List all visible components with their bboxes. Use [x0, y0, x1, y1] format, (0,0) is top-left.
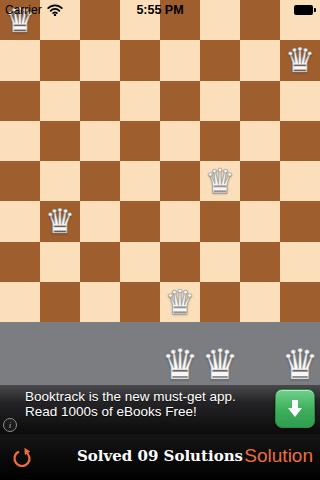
- white-queen[interactable]: ♛: [161, 346, 199, 385]
- square-c1[interactable]: [80, 282, 120, 322]
- chess-board[interactable]: ♛♛♛♛♛: [0, 0, 320, 322]
- square-b3[interactable]: ♛: [40, 201, 80, 241]
- square-c4[interactable]: [80, 161, 120, 201]
- tray-slot-7: ♛: [280, 322, 320, 385]
- square-h4[interactable]: [280, 161, 320, 201]
- square-h3[interactable]: [280, 201, 320, 241]
- square-c7[interactable]: [80, 40, 120, 80]
- white-queen[interactable]: ♛: [45, 204, 75, 238]
- square-h5[interactable]: [280, 121, 320, 161]
- tray-slot-2: [80, 322, 120, 385]
- square-g6[interactable]: [240, 81, 280, 121]
- square-a7[interactable]: [0, 40, 40, 80]
- square-h1[interactable]: [280, 282, 320, 322]
- solution-button[interactable]: Solution: [244, 445, 313, 467]
- square-a6[interactable]: [0, 81, 40, 121]
- bottom-toolbar: Solved 09 Solutions Solution: [0, 434, 320, 480]
- square-d2[interactable]: [120, 242, 160, 282]
- square-d6[interactable]: [120, 81, 160, 121]
- square-f4[interactable]: ♛: [200, 161, 240, 201]
- square-f3[interactable]: [200, 201, 240, 241]
- white-queen[interactable]: ♛: [205, 164, 235, 198]
- tray-slot-5: ♛: [200, 322, 240, 385]
- square-g5[interactable]: [240, 121, 280, 161]
- square-d5[interactable]: [120, 121, 160, 161]
- square-f2[interactable]: [200, 242, 240, 282]
- square-b5[interactable]: [40, 121, 80, 161]
- square-f1[interactable]: [200, 282, 240, 322]
- square-f7[interactable]: [200, 40, 240, 80]
- square-b4[interactable]: [40, 161, 80, 201]
- square-c6[interactable]: [80, 81, 120, 121]
- square-g7[interactable]: [240, 40, 280, 80]
- square-h7[interactable]: ♛: [280, 40, 320, 80]
- square-a5[interactable]: [0, 121, 40, 161]
- square-e2[interactable]: [160, 242, 200, 282]
- square-e1[interactable]: ♛: [160, 282, 200, 322]
- square-g2[interactable]: [240, 242, 280, 282]
- tray-slot-0: [0, 322, 40, 385]
- status-right: [294, 5, 316, 15]
- white-queen[interactable]: ♛: [201, 346, 239, 385]
- square-e7[interactable]: [160, 40, 200, 80]
- square-e5[interactable]: [160, 121, 200, 161]
- ad-banner[interactable]: Booktrack is the new must-get app. Read …: [0, 385, 320, 434]
- square-a2[interactable]: [0, 242, 40, 282]
- square-a3[interactable]: [0, 201, 40, 241]
- tray-slot-1: [40, 322, 80, 385]
- status-bar: Carrier 5:55 PM: [0, 0, 320, 20]
- square-c5[interactable]: [80, 121, 120, 161]
- tray-slot-4: ♛: [160, 322, 200, 385]
- square-g3[interactable]: [240, 201, 280, 241]
- download-arrow-icon: [285, 398, 305, 420]
- battery-tip: [314, 8, 316, 12]
- square-e4[interactable]: [160, 161, 200, 201]
- square-h6[interactable]: [280, 81, 320, 121]
- download-button[interactable]: [275, 389, 315, 428]
- square-g1[interactable]: [240, 282, 280, 322]
- battery-icon: [294, 5, 313, 15]
- white-queen[interactable]: ♛: [165, 285, 195, 319]
- square-g4[interactable]: [240, 161, 280, 201]
- square-a1[interactable]: [0, 282, 40, 322]
- square-c2[interactable]: [80, 242, 120, 282]
- tray-slot-3: [120, 322, 160, 385]
- white-queen[interactable]: ♛: [285, 43, 315, 77]
- square-d7[interactable]: [120, 40, 160, 80]
- square-d1[interactable]: [120, 282, 160, 322]
- app-screen: ♛♛♛♛♛ Carrier 5:55 PM ♛♛♛ Booktrack is t…: [0, 0, 320, 480]
- white-queen[interactable]: ♛: [281, 346, 319, 385]
- queen-tray: ♛♛♛: [0, 322, 320, 385]
- ad-line1: Booktrack is the new must-get app.: [25, 390, 236, 405]
- square-h2[interactable]: [280, 242, 320, 282]
- clock-label: 5:55 PM: [0, 3, 320, 17]
- square-e3[interactable]: [160, 201, 200, 241]
- tray-slot-6: [240, 322, 280, 385]
- square-b6[interactable]: [40, 81, 80, 121]
- square-d3[interactable]: [120, 201, 160, 241]
- info-icon[interactable]: i: [3, 418, 17, 432]
- square-c3[interactable]: [80, 201, 120, 241]
- square-d4[interactable]: [120, 161, 160, 201]
- square-f6[interactable]: [200, 81, 240, 121]
- square-a4[interactable]: [0, 161, 40, 201]
- square-b2[interactable]: [40, 242, 80, 282]
- ad-line2: Read 1000s of eBooks Free!: [25, 405, 236, 420]
- square-e6[interactable]: [160, 81, 200, 121]
- square-b7[interactable]: [40, 40, 80, 80]
- ad-text: Booktrack is the new must-get app. Read …: [25, 390, 236, 419]
- square-f5[interactable]: [200, 121, 240, 161]
- square-b1[interactable]: [40, 282, 80, 322]
